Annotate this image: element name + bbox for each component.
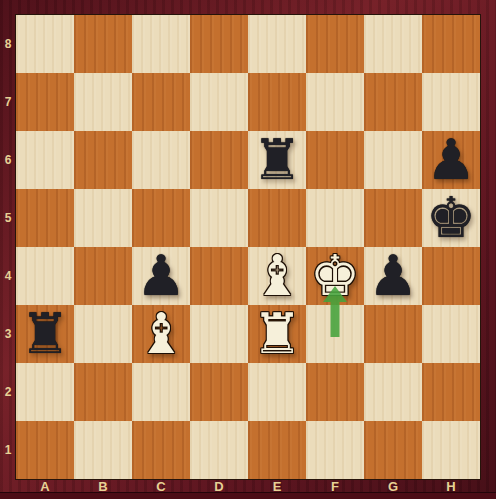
square-g7[interactable] xyxy=(364,73,422,131)
square-a6[interactable] xyxy=(16,131,74,189)
square-a1[interactable] xyxy=(16,421,74,479)
rank-labels: 8 7 6 5 4 3 2 1 xyxy=(0,15,16,479)
square-e5[interactable] xyxy=(248,189,306,247)
square-a4[interactable] xyxy=(16,247,74,305)
white-rook[interactable]: ♜ xyxy=(248,305,306,363)
square-g1[interactable] xyxy=(364,421,422,479)
black-pawn[interactable]: ♟ xyxy=(422,131,480,189)
white-bishop[interactable]: ♝ xyxy=(248,247,306,305)
square-h3[interactable] xyxy=(422,305,480,363)
black-king[interactable]: ♚ xyxy=(422,189,480,247)
rank-label-2: 2 xyxy=(0,363,16,421)
square-b3[interactable] xyxy=(74,305,132,363)
white-bishop[interactable]: ♝ xyxy=(132,305,190,363)
square-a7[interactable] xyxy=(16,73,74,131)
rank-label-5: 5 xyxy=(0,189,16,247)
square-c5[interactable] xyxy=(132,189,190,247)
square-d6[interactable] xyxy=(190,131,248,189)
square-d2[interactable] xyxy=(190,363,248,421)
black-pawn[interactable]: ♟ xyxy=(132,247,190,305)
square-c6[interactable] xyxy=(132,131,190,189)
square-g8[interactable] xyxy=(364,15,422,73)
square-g3[interactable] xyxy=(364,305,422,363)
square-a5[interactable] xyxy=(16,189,74,247)
square-f7[interactable] xyxy=(306,73,364,131)
square-h2[interactable] xyxy=(422,363,480,421)
square-c1[interactable] xyxy=(132,421,190,479)
rank-label-8: 8 xyxy=(0,15,16,73)
white-king[interactable]: ♚ xyxy=(306,247,364,305)
rank-label-7: 7 xyxy=(0,73,16,131)
black-pawn[interactable]: ♟ xyxy=(364,247,422,305)
square-b5[interactable] xyxy=(74,189,132,247)
square-c2[interactable] xyxy=(132,363,190,421)
square-d8[interactable] xyxy=(190,15,248,73)
square-f3[interactable] xyxy=(306,305,364,363)
square-c8[interactable] xyxy=(132,15,190,73)
square-b8[interactable] xyxy=(74,15,132,73)
square-c7[interactable] xyxy=(132,73,190,131)
square-e7[interactable] xyxy=(248,73,306,131)
square-e8[interactable] xyxy=(248,15,306,73)
chess-board-window: 8 7 6 5 4 3 2 1 ♜♟♚♟♝♚♟♜♝♜ A B C D E F G… xyxy=(0,0,496,499)
square-g2[interactable] xyxy=(364,363,422,421)
square-f2[interactable] xyxy=(306,363,364,421)
square-h4[interactable] xyxy=(422,247,480,305)
square-h8[interactable] xyxy=(422,15,480,73)
square-b4[interactable] xyxy=(74,247,132,305)
square-h1[interactable] xyxy=(422,421,480,479)
square-f1[interactable] xyxy=(306,421,364,479)
square-d5[interactable] xyxy=(190,189,248,247)
square-f5[interactable] xyxy=(306,189,364,247)
square-e1[interactable] xyxy=(248,421,306,479)
square-a8[interactable] xyxy=(16,15,74,73)
square-b7[interactable] xyxy=(74,73,132,131)
square-f8[interactable] xyxy=(306,15,364,73)
frame-bottom-edge xyxy=(0,492,496,499)
square-g5[interactable] xyxy=(364,189,422,247)
rank-label-4: 4 xyxy=(0,247,16,305)
black-rook[interactable]: ♜ xyxy=(248,131,306,189)
square-d7[interactable] xyxy=(190,73,248,131)
rank-label-3: 3 xyxy=(0,305,16,363)
rank-label-6: 6 xyxy=(0,131,16,189)
rank-label-1: 1 xyxy=(0,421,16,479)
square-g6[interactable] xyxy=(364,131,422,189)
square-f6[interactable] xyxy=(306,131,364,189)
square-b1[interactable] xyxy=(74,421,132,479)
square-a2[interactable] xyxy=(16,363,74,421)
square-d1[interactable] xyxy=(190,421,248,479)
black-rook[interactable]: ♜ xyxy=(16,305,74,363)
square-b2[interactable] xyxy=(74,363,132,421)
square-b6[interactable] xyxy=(74,131,132,189)
square-h7[interactable] xyxy=(422,73,480,131)
square-e2[interactable] xyxy=(248,363,306,421)
square-d4[interactable] xyxy=(190,247,248,305)
square-d3[interactable] xyxy=(190,305,248,363)
